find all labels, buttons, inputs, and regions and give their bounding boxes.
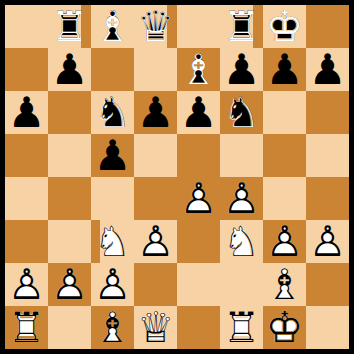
white-queen-icon: ♛ xyxy=(134,306,177,349)
piece-black-pawn[interactable]: ♟ xyxy=(306,48,349,91)
square-e4[interactable]: ♟♙ xyxy=(177,177,220,220)
white-pawn-icon: ♟ xyxy=(91,263,134,306)
piece-black-pawn[interactable]: ♟ xyxy=(177,91,220,134)
square-a2[interactable]: ♟♙ xyxy=(5,263,48,306)
square-d3[interactable]: ♟♙ xyxy=(134,220,177,263)
piece-black-bishop[interactable]: ♝♗ xyxy=(91,5,134,48)
square-c2[interactable]: ♟♙ xyxy=(91,263,134,306)
black-bishop-outline-icon: ♗ xyxy=(177,48,220,91)
piece-white-pawn[interactable]: ♟♙ xyxy=(48,263,91,306)
piece-black-pawn[interactable]: ♟ xyxy=(91,134,134,177)
black-bishop-icon: ♝ xyxy=(177,48,220,91)
black-bishop-outline-icon: ♗ xyxy=(91,5,134,48)
square-g1[interactable]: ♚♔ xyxy=(263,306,306,349)
white-pawn-icon: ♟ xyxy=(5,263,48,306)
piece-black-bishop[interactable]: ♝♗ xyxy=(177,48,220,91)
piece-white-rook[interactable]: ♜♖ xyxy=(220,306,263,349)
white-pawn-outline-icon: ♙ xyxy=(220,177,263,220)
board-frame: ♜♖♝♗♛♕♜♖♚♔♟♝♗♟♟♟♟♞♘♟♟♞♘♟♟♙♟♙♞♘♟♙♞♘♟♙♟♙♟♙… xyxy=(0,0,354,354)
square-f4[interactable]: ♟♙ xyxy=(220,177,263,220)
square-b2[interactable]: ♟♙ xyxy=(48,263,91,306)
square-e2[interactable] xyxy=(177,263,220,306)
white-knight-outline-icon: ♘ xyxy=(91,220,134,263)
black-queen-icon: ♛ xyxy=(134,5,177,48)
piece-black-knight[interactable]: ♞♘ xyxy=(91,91,134,134)
square-f3[interactable]: ♞♘ xyxy=(220,220,263,263)
square-c6[interactable]: ♞♘ xyxy=(91,91,134,134)
white-pawn-outline-icon: ♙ xyxy=(48,263,91,306)
black-knight-icon: ♞ xyxy=(91,91,134,134)
square-g8[interactable]: ♚♔ xyxy=(263,5,306,48)
square-c7[interactable] xyxy=(91,48,134,91)
piece-white-bishop[interactable]: ♝♗ xyxy=(91,306,134,349)
black-queen-outline-icon: ♕ xyxy=(134,5,177,48)
square-d1[interactable]: ♛♕ xyxy=(134,306,177,349)
square-d6[interactable]: ♟ xyxy=(134,91,177,134)
square-f8[interactable]: ♜♖ xyxy=(220,5,263,48)
square-a1[interactable]: ♜♖ xyxy=(5,306,48,349)
black-pawn-icon: ♟ xyxy=(5,91,48,134)
square-b5[interactable] xyxy=(48,134,91,177)
black-pawn-icon: ♟ xyxy=(91,134,134,177)
black-rook-icon: ♜ xyxy=(48,5,91,48)
white-pawn-icon: ♟ xyxy=(220,177,263,220)
black-bishop-icon: ♝ xyxy=(91,5,134,48)
piece-black-pawn[interactable]: ♟ xyxy=(263,48,306,91)
white-pawn-outline-icon: ♙ xyxy=(306,220,349,263)
square-b7[interactable]: ♟ xyxy=(48,48,91,91)
white-pawn-outline-icon: ♙ xyxy=(134,220,177,263)
piece-white-bishop[interactable]: ♝♗ xyxy=(263,263,306,306)
square-g4[interactable] xyxy=(263,177,306,220)
black-pawn-icon: ♟ xyxy=(134,91,177,134)
white-bishop-icon: ♝ xyxy=(91,306,134,349)
square-d8[interactable]: ♛♕ xyxy=(134,5,177,48)
piece-black-knight[interactable]: ♞♘ xyxy=(220,91,263,134)
white-pawn-outline-icon: ♙ xyxy=(91,263,134,306)
square-c5[interactable]: ♟ xyxy=(91,134,134,177)
piece-white-rook[interactable]: ♜♖ xyxy=(5,306,48,349)
black-pawn-icon: ♟ xyxy=(306,48,349,91)
square-a3[interactable] xyxy=(5,220,48,263)
square-d2[interactable] xyxy=(134,263,177,306)
piece-black-king[interactable]: ♚♔ xyxy=(263,5,306,48)
white-rook-outline-icon: ♖ xyxy=(5,306,48,349)
black-king-outline-icon: ♔ xyxy=(263,5,306,48)
square-e5[interactable] xyxy=(177,134,220,177)
square-f2[interactable] xyxy=(220,263,263,306)
square-b3[interactable] xyxy=(48,220,91,263)
white-pawn-icon: ♟ xyxy=(48,263,91,306)
black-pawn-icon: ♟ xyxy=(177,91,220,134)
white-pawn-icon: ♟ xyxy=(134,220,177,263)
square-e1[interactable] xyxy=(177,306,220,349)
piece-black-rook[interactable]: ♜♖ xyxy=(220,5,263,48)
square-h2[interactable] xyxy=(306,263,349,306)
piece-black-queen[interactable]: ♛♕ xyxy=(134,5,177,48)
white-rook-outline-icon: ♖ xyxy=(220,306,263,349)
piece-white-pawn[interactable]: ♟♙ xyxy=(91,263,134,306)
white-bishop-icon: ♝ xyxy=(263,263,306,306)
square-h8[interactable] xyxy=(306,5,349,48)
piece-black-pawn[interactable]: ♟ xyxy=(48,48,91,91)
piece-white-pawn[interactable]: ♟♙ xyxy=(306,220,349,263)
piece-white-pawn[interactable]: ♟♙ xyxy=(220,177,263,220)
square-h3[interactable]: ♟♙ xyxy=(306,220,349,263)
piece-black-pawn[interactable]: ♟ xyxy=(5,91,48,134)
square-g5[interactable] xyxy=(263,134,306,177)
square-e7[interactable]: ♝♗ xyxy=(177,48,220,91)
square-g7[interactable]: ♟ xyxy=(263,48,306,91)
square-h5[interactable] xyxy=(306,134,349,177)
white-bishop-outline-icon: ♗ xyxy=(263,263,306,306)
piece-white-pawn[interactable]: ♟♙ xyxy=(263,220,306,263)
piece-white-pawn[interactable]: ♟♙ xyxy=(177,177,220,220)
square-f5[interactable] xyxy=(220,134,263,177)
square-b8[interactable]: ♜♖ xyxy=(48,5,91,48)
square-a4[interactable] xyxy=(5,177,48,220)
piece-black-pawn[interactable]: ♟ xyxy=(220,48,263,91)
white-queen-outline-icon: ♕ xyxy=(134,306,177,349)
square-h6[interactable] xyxy=(306,91,349,134)
piece-white-pawn[interactable]: ♟♙ xyxy=(5,263,48,306)
black-rook-outline-icon: ♖ xyxy=(48,5,91,48)
white-knight-icon: ♞ xyxy=(91,220,134,263)
square-e3[interactable] xyxy=(177,220,220,263)
square-c8[interactable]: ♝♗ xyxy=(91,5,134,48)
square-a5[interactable] xyxy=(5,134,48,177)
square-h4[interactable] xyxy=(306,177,349,220)
square-f7[interactable]: ♟ xyxy=(220,48,263,91)
white-pawn-outline-icon: ♙ xyxy=(5,263,48,306)
white-knight-outline-icon: ♘ xyxy=(220,220,263,263)
white-pawn-icon: ♟ xyxy=(177,177,220,220)
square-g6[interactable] xyxy=(263,91,306,134)
white-king-icon: ♚ xyxy=(263,306,306,349)
square-f1[interactable]: ♜♖ xyxy=(220,306,263,349)
white-bishop-outline-icon: ♗ xyxy=(91,306,134,349)
black-knight-outline-icon: ♘ xyxy=(220,91,263,134)
square-g2[interactable]: ♝♗ xyxy=(263,263,306,306)
white-rook-icon: ♜ xyxy=(5,306,48,349)
square-d7[interactable] xyxy=(134,48,177,91)
piece-black-rook[interactable]: ♜♖ xyxy=(48,5,91,48)
square-a6[interactable]: ♟ xyxy=(5,91,48,134)
white-pawn-outline-icon: ♙ xyxy=(263,220,306,263)
square-a8[interactable] xyxy=(5,5,48,48)
piece-black-pawn[interactable]: ♟ xyxy=(134,91,177,134)
square-b4[interactable] xyxy=(48,177,91,220)
square-c4[interactable] xyxy=(91,177,134,220)
white-pawn-icon: ♟ xyxy=(306,220,349,263)
square-d4[interactable] xyxy=(134,177,177,220)
square-b1[interactable] xyxy=(48,306,91,349)
piece-white-queen[interactable]: ♛♕ xyxy=(134,306,177,349)
black-knight-icon: ♞ xyxy=(220,91,263,134)
black-pawn-icon: ♟ xyxy=(220,48,263,91)
black-pawn-icon: ♟ xyxy=(263,48,306,91)
square-c3[interactable]: ♞♘ xyxy=(91,220,134,263)
square-f6[interactable]: ♞♘ xyxy=(220,91,263,134)
black-rook-icon: ♜ xyxy=(220,5,263,48)
white-pawn-outline-icon: ♙ xyxy=(177,177,220,220)
square-h1[interactable] xyxy=(306,306,349,349)
square-e8[interactable] xyxy=(177,5,220,48)
piece-white-pawn[interactable]: ♟♙ xyxy=(134,220,177,263)
black-king-icon: ♚ xyxy=(263,5,306,48)
square-b6[interactable] xyxy=(48,91,91,134)
square-h7[interactable]: ♟ xyxy=(306,48,349,91)
piece-white-king[interactable]: ♚♔ xyxy=(263,306,306,349)
square-c1[interactable]: ♝♗ xyxy=(91,306,134,349)
black-pawn-icon: ♟ xyxy=(48,48,91,91)
piece-white-knight[interactable]: ♞♘ xyxy=(220,220,263,263)
square-e6[interactable]: ♟ xyxy=(177,91,220,134)
white-pawn-icon: ♟ xyxy=(263,220,306,263)
white-king-outline-icon: ♔ xyxy=(263,306,306,349)
white-knight-icon: ♞ xyxy=(220,220,263,263)
square-a7[interactable] xyxy=(5,48,48,91)
black-rook-outline-icon: ♖ xyxy=(220,5,263,48)
white-rook-icon: ♜ xyxy=(220,306,263,349)
chess-board: ♜♖♝♗♛♕♜♖♚♔♟♝♗♟♟♟♟♞♘♟♟♞♘♟♟♙♟♙♞♘♟♙♞♘♟♙♟♙♟♙… xyxy=(5,5,349,349)
black-knight-outline-icon: ♘ xyxy=(91,91,134,134)
piece-white-knight[interactable]: ♞♘ xyxy=(91,220,134,263)
square-d5[interactable] xyxy=(134,134,177,177)
square-g3[interactable]: ♟♙ xyxy=(263,220,306,263)
